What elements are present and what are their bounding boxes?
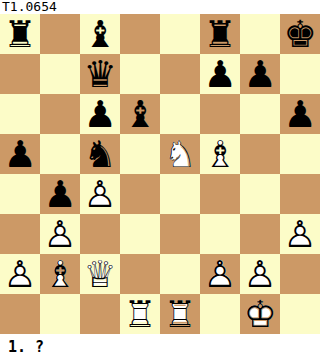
- piece-white-knight[interactable]: ♞♘: [160, 134, 200, 174]
- piece-black-pawn[interactable]: ♟: [0, 134, 40, 174]
- piece-black-pawn[interactable]: ♟: [280, 94, 320, 134]
- piece-outline: ♔: [240, 294, 280, 334]
- piece-black-bishop[interactable]: ♝: [80, 14, 120, 54]
- square-d7[interactable]: [120, 54, 160, 94]
- square-c5[interactable]: ♞: [80, 134, 120, 174]
- square-f4[interactable]: [200, 174, 240, 214]
- square-b8[interactable]: [40, 14, 80, 54]
- piece-outline: ♕: [80, 254, 120, 294]
- square-a1[interactable]: [0, 294, 40, 334]
- square-e2[interactable]: [160, 254, 200, 294]
- square-g5[interactable]: [240, 134, 280, 174]
- square-a7[interactable]: [0, 54, 40, 94]
- piece-black-rook[interactable]: ♜: [0, 14, 40, 54]
- square-d3[interactable]: [120, 214, 160, 254]
- square-a5[interactable]: ♟: [0, 134, 40, 174]
- square-a2[interactable]: ♟♙: [0, 254, 40, 294]
- square-h2[interactable]: [280, 254, 320, 294]
- piece-white-queen[interactable]: ♛♕: [80, 254, 120, 294]
- piece-outline: ♖: [120, 294, 160, 334]
- square-c1[interactable]: [80, 294, 120, 334]
- square-g7[interactable]: ♟: [240, 54, 280, 94]
- square-f7[interactable]: ♟: [200, 54, 240, 94]
- square-b4[interactable]: ♟: [40, 174, 80, 214]
- square-d8[interactable]: [120, 14, 160, 54]
- square-a3[interactable]: [0, 214, 40, 254]
- square-g3[interactable]: [240, 214, 280, 254]
- piece-white-pawn[interactable]: ♟♙: [240, 254, 280, 294]
- piece-black-pawn[interactable]: ♟: [200, 54, 240, 94]
- piece-black-pawn[interactable]: ♟: [80, 94, 120, 134]
- piece-outline: ♖: [160, 294, 200, 334]
- piece-outline: ♙: [200, 254, 240, 294]
- square-f2[interactable]: ♟♙: [200, 254, 240, 294]
- square-c3[interactable]: [80, 214, 120, 254]
- square-c8[interactable]: ♝: [80, 14, 120, 54]
- piece-black-knight[interactable]: ♞: [80, 134, 120, 174]
- square-f8[interactable]: ♜: [200, 14, 240, 54]
- piece-outline: ♙: [0, 254, 40, 294]
- piece-white-rook[interactable]: ♜♖: [160, 294, 200, 334]
- piece-outline: ♙: [40, 214, 80, 254]
- piece-black-pawn[interactable]: ♟: [240, 54, 280, 94]
- piece-black-bishop[interactable]: ♝: [120, 94, 160, 134]
- square-c7[interactable]: ♛: [80, 54, 120, 94]
- square-d2[interactable]: [120, 254, 160, 294]
- chess-board: ♜♝♜♚♛♟♟♟♝♟♟♞♞♘♝♗♟♟♙♟♙♟♙♟♙♝♗♛♕♟♙♟♙♜♖♜♖♚♔: [0, 14, 320, 334]
- square-g4[interactable]: [240, 174, 280, 214]
- square-f1[interactable]: [200, 294, 240, 334]
- square-d5[interactable]: [120, 134, 160, 174]
- square-d6[interactable]: ♝: [120, 94, 160, 134]
- piece-white-bishop[interactable]: ♝♗: [200, 134, 240, 174]
- square-h4[interactable]: [280, 174, 320, 214]
- square-d4[interactable]: [120, 174, 160, 214]
- piece-outline: ♙: [80, 174, 120, 214]
- square-c6[interactable]: ♟: [80, 94, 120, 134]
- square-f3[interactable]: [200, 214, 240, 254]
- square-h8[interactable]: ♚: [280, 14, 320, 54]
- square-a8[interactable]: ♜: [0, 14, 40, 54]
- square-e3[interactable]: [160, 214, 200, 254]
- piece-white-pawn[interactable]: ♟♙: [80, 174, 120, 214]
- square-b7[interactable]: [40, 54, 80, 94]
- square-h3[interactable]: ♟♙: [280, 214, 320, 254]
- move-prompt: 1. ?: [8, 338, 44, 356]
- square-d1[interactable]: ♜♖: [120, 294, 160, 334]
- piece-black-pawn[interactable]: ♟: [40, 174, 80, 214]
- piece-outline: ♘: [160, 134, 200, 174]
- piece-white-pawn[interactable]: ♟♙: [200, 254, 240, 294]
- square-b6[interactable]: [40, 94, 80, 134]
- square-g1[interactable]: ♚♔: [240, 294, 280, 334]
- piece-white-pawn[interactable]: ♟♙: [0, 254, 40, 294]
- square-e4[interactable]: [160, 174, 200, 214]
- square-e1[interactable]: ♜♖: [160, 294, 200, 334]
- square-a4[interactable]: [0, 174, 40, 214]
- square-b3[interactable]: ♟♙: [40, 214, 80, 254]
- square-b5[interactable]: [40, 134, 80, 174]
- square-f5[interactable]: ♝♗: [200, 134, 240, 174]
- square-e6[interactable]: [160, 94, 200, 134]
- piece-white-pawn[interactable]: ♟♙: [40, 214, 80, 254]
- square-e7[interactable]: [160, 54, 200, 94]
- square-b2[interactable]: ♝♗: [40, 254, 80, 294]
- square-g2[interactable]: ♟♙: [240, 254, 280, 294]
- square-c4[interactable]: ♟♙: [80, 174, 120, 214]
- piece-white-pawn[interactable]: ♟♙: [280, 214, 320, 254]
- square-h6[interactable]: ♟: [280, 94, 320, 134]
- piece-outline: ♗: [40, 254, 80, 294]
- piece-outline: ♙: [280, 214, 320, 254]
- square-h5[interactable]: [280, 134, 320, 174]
- square-g8[interactable]: [240, 14, 280, 54]
- piece-outline: ♙: [240, 254, 280, 294]
- page-title: T1.0654: [2, 0, 57, 14]
- piece-black-king[interactable]: ♚: [280, 14, 320, 54]
- square-f6[interactable]: [200, 94, 240, 134]
- square-b1[interactable]: [40, 294, 80, 334]
- square-c2[interactable]: ♛♕: [80, 254, 120, 294]
- square-e8[interactable]: [160, 14, 200, 54]
- piece-outline: ♗: [200, 134, 240, 174]
- square-h1[interactable]: [280, 294, 320, 334]
- piece-black-rook[interactable]: ♜: [200, 14, 240, 54]
- piece-white-rook[interactable]: ♜♖: [120, 294, 160, 334]
- square-g6[interactable]: [240, 94, 280, 134]
- piece-white-king[interactable]: ♚♔: [240, 294, 280, 334]
- square-h7[interactable]: [280, 54, 320, 94]
- piece-black-queen[interactable]: ♛: [80, 54, 120, 94]
- piece-white-bishop[interactable]: ♝♗: [40, 254, 80, 294]
- square-a6[interactable]: [0, 94, 40, 134]
- square-e5[interactable]: ♞♘: [160, 134, 200, 174]
